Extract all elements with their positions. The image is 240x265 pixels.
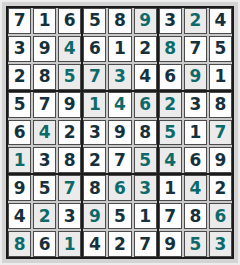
sudoku-box-6: 238517469 (159, 92, 232, 174)
sudoku-board: 7163942855896127343248756915796421381463… (6, 6, 234, 259)
cell-r7c9[interactable]: 2 (209, 175, 232, 201)
cell-r9c8[interactable]: 5 (184, 231, 207, 257)
cell-r7c7[interactable]: 1 (159, 175, 182, 201)
cell-r1c1[interactable]: 7 (8, 8, 31, 34)
cell-r9c4[interactable]: 4 (83, 231, 106, 257)
cell-r1c2[interactable]: 1 (33, 8, 56, 34)
cell-r9c1[interactable]: 8 (8, 231, 31, 257)
cell-r3c6[interactable]: 4 (134, 64, 157, 90)
sudoku-box-1: 716394285 (8, 8, 81, 90)
cell-r2c9[interactable]: 5 (209, 36, 232, 62)
cell-r8c9[interactable]: 6 (209, 203, 232, 229)
cell-r7c4[interactable]: 8 (83, 175, 106, 201)
cell-r1c4[interactable]: 5 (83, 8, 106, 34)
cell-r2c7[interactable]: 8 (159, 36, 182, 62)
cell-r2c2[interactable]: 9 (33, 36, 56, 62)
cell-r3c7[interactable]: 6 (159, 64, 182, 90)
cell-r9c6[interactable]: 7 (134, 231, 157, 257)
cell-r7c5[interactable]: 6 (108, 175, 131, 201)
cell-r7c6[interactable]: 3 (134, 175, 157, 201)
cell-r3c4[interactable]: 7 (83, 64, 106, 90)
cell-r3c3[interactable]: 5 (58, 64, 81, 90)
sudoku-box-3: 324875691 (159, 8, 232, 90)
cell-r2c8[interactable]: 7 (184, 36, 207, 62)
cell-r6c2[interactable]: 3 (33, 147, 56, 173)
cell-r1c9[interactable]: 4 (209, 8, 232, 34)
cell-r8c3[interactable]: 3 (58, 203, 81, 229)
sudoku-box-8: 863951427 (83, 175, 156, 257)
cell-r7c8[interactable]: 4 (184, 175, 207, 201)
cell-r3c1[interactable]: 2 (8, 64, 31, 90)
cell-r2c5[interactable]: 1 (108, 36, 131, 62)
cell-r6c7[interactable]: 4 (159, 147, 182, 173)
cell-r4c4[interactable]: 1 (83, 92, 106, 118)
cell-r5c1[interactable]: 6 (8, 120, 31, 146)
cell-r4c3[interactable]: 9 (58, 92, 81, 118)
cell-r1c5[interactable]: 8 (108, 8, 131, 34)
cell-r4c6[interactable]: 6 (134, 92, 157, 118)
cell-r6c1[interactable]: 1 (8, 147, 31, 173)
sudoku-box-4: 579642138 (8, 92, 81, 174)
cell-r4c1[interactable]: 5 (8, 92, 31, 118)
cell-r4c8[interactable]: 3 (184, 92, 207, 118)
cell-r1c7[interactable]: 3 (159, 8, 182, 34)
cell-r3c2[interactable]: 8 (33, 64, 56, 90)
cell-r9c3[interactable]: 1 (58, 231, 81, 257)
cell-r9c7[interactable]: 9 (159, 231, 182, 257)
cell-r5c3[interactable]: 2 (58, 120, 81, 146)
cell-r2c4[interactable]: 6 (83, 36, 106, 62)
cell-r6c5[interactable]: 7 (108, 147, 131, 173)
cell-r8c1[interactable]: 4 (8, 203, 31, 229)
cell-r4c7[interactable]: 2 (159, 92, 182, 118)
cell-r8c2[interactable]: 2 (33, 203, 56, 229)
cell-r6c9[interactable]: 9 (209, 147, 232, 173)
cell-r8c4[interactable]: 9 (83, 203, 106, 229)
cell-r5c2[interactable]: 4 (33, 120, 56, 146)
cell-r1c6[interactable]: 9 (134, 8, 157, 34)
cell-r2c1[interactable]: 3 (8, 36, 31, 62)
cell-r3c8[interactable]: 9 (184, 64, 207, 90)
cell-r8c5[interactable]: 5 (108, 203, 131, 229)
cell-r7c3[interactable]: 7 (58, 175, 81, 201)
cell-r3c9[interactable]: 1 (209, 64, 232, 90)
cell-r7c1[interactable]: 9 (8, 175, 31, 201)
cell-r1c3[interactable]: 6 (58, 8, 81, 34)
cell-r1c8[interactable]: 2 (184, 8, 207, 34)
cell-r4c5[interactable]: 4 (108, 92, 131, 118)
cell-r8c6[interactable]: 1 (134, 203, 157, 229)
cell-r3c5[interactable]: 3 (108, 64, 131, 90)
app-frame: 7163942855896127343248756915796421381463… (0, 0, 240, 265)
sudoku-box-2: 589612734 (83, 8, 156, 90)
cell-r2c3[interactable]: 4 (58, 36, 81, 62)
cell-r8c8[interactable]: 8 (184, 203, 207, 229)
cell-r9c2[interactable]: 6 (33, 231, 56, 257)
cell-r6c6[interactable]: 5 (134, 147, 157, 173)
cell-r5c4[interactable]: 3 (83, 120, 106, 146)
cell-r6c3[interactable]: 8 (58, 147, 81, 173)
cell-r6c4[interactable]: 2 (83, 147, 106, 173)
sudoku-box-7: 957423861 (8, 175, 81, 257)
cell-r8c7[interactable]: 7 (159, 203, 182, 229)
cell-r2c6[interactable]: 2 (134, 36, 157, 62)
sudoku-box-5: 146398275 (83, 92, 156, 174)
cell-r5c7[interactable]: 5 (159, 120, 182, 146)
cell-r5c5[interactable]: 9 (108, 120, 131, 146)
cell-r9c5[interactable]: 2 (108, 231, 131, 257)
sudoku-box-9: 142786953 (159, 175, 232, 257)
cell-r5c9[interactable]: 7 (209, 120, 232, 146)
cell-r9c9[interactable]: 3 (209, 231, 232, 257)
cell-r5c8[interactable]: 1 (184, 120, 207, 146)
cell-r7c2[interactable]: 5 (33, 175, 56, 201)
cell-r6c8[interactable]: 6 (184, 147, 207, 173)
cell-r4c9[interactable]: 8 (209, 92, 232, 118)
cell-r5c6[interactable]: 8 (134, 120, 157, 146)
cell-r4c2[interactable]: 7 (33, 92, 56, 118)
